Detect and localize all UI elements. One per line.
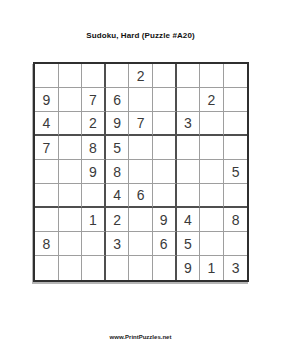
sudoku-cell-r2c5[interactable]: [129, 88, 153, 112]
sudoku-cell-r3c7[interactable]: 3: [177, 112, 201, 136]
sudoku-cell-r1c5[interactable]: 2: [129, 64, 153, 88]
footer-url: www.PrintPuzzles.net: [0, 334, 281, 340]
sudoku-cell-r2c4[interactable]: 6: [106, 88, 130, 112]
sudoku-cell-r2c9[interactable]: [224, 88, 248, 112]
sudoku-cell-r9c5[interactable]: [129, 256, 153, 280]
sudoku-cell-r7c5[interactable]: [129, 208, 153, 232]
sudoku-cell-r4c5[interactable]: [129, 136, 153, 160]
sudoku-cell-r7c1[interactable]: [35, 208, 59, 232]
sudoku-cell-r7c6[interactable]: 9: [153, 208, 177, 232]
sudoku-cell-r8c8[interactable]: [200, 232, 224, 256]
page-title: Sudoku, Hard (Puzzle #A20): [0, 31, 281, 40]
sudoku-grid: 297624297378598546129488365913: [33, 62, 249, 282]
sudoku-cell-r1c6[interactable]: [153, 64, 177, 88]
sudoku-cell-r8c1[interactable]: 8: [35, 232, 59, 256]
sudoku-cell-r5c9[interactable]: 5: [224, 160, 248, 184]
sudoku-cell-r4c3[interactable]: 8: [82, 136, 106, 160]
sudoku-cell-r7c2[interactable]: [59, 208, 83, 232]
sudoku-cell-r1c9[interactable]: [224, 64, 248, 88]
sudoku-cell-r8c6[interactable]: 6: [153, 232, 177, 256]
sudoku-cell-r3c6[interactable]: [153, 112, 177, 136]
sudoku-cell-r8c2[interactable]: [59, 232, 83, 256]
sudoku-cell-r1c3[interactable]: [82, 64, 106, 88]
sudoku-cell-r6c3[interactable]: [82, 184, 106, 208]
sudoku-cell-r3c3[interactable]: 2: [82, 112, 106, 136]
sudoku-cell-r3c8[interactable]: [200, 112, 224, 136]
sudoku-cell-r8c7[interactable]: 5: [177, 232, 201, 256]
sudoku-cell-r3c2[interactable]: [59, 112, 83, 136]
sudoku-cell-r6c5[interactable]: 6: [129, 184, 153, 208]
sudoku-cell-r1c2[interactable]: [59, 64, 83, 88]
sudoku-cell-r4c2[interactable]: [59, 136, 83, 160]
sudoku-cell-r2c6[interactable]: [153, 88, 177, 112]
sudoku-cell-r7c3[interactable]: 1: [82, 208, 106, 232]
sudoku-cell-r1c4[interactable]: [106, 64, 130, 88]
sudoku-cell-r5c6[interactable]: [153, 160, 177, 184]
sudoku-cell-r9c8[interactable]: 1: [200, 256, 224, 280]
sudoku-cell-r8c3[interactable]: [82, 232, 106, 256]
sudoku-cell-r5c4[interactable]: 8: [106, 160, 130, 184]
sudoku-cell-r5c7[interactable]: [177, 160, 201, 184]
sudoku-cell-r4c4[interactable]: 5: [106, 136, 130, 160]
sudoku-cell-r8c9[interactable]: [224, 232, 248, 256]
sudoku-cell-r6c4[interactable]: 4: [106, 184, 130, 208]
sudoku-cell-r7c8[interactable]: [200, 208, 224, 232]
sudoku-cell-r4c7[interactable]: [177, 136, 201, 160]
sudoku-cell-r5c1[interactable]: [35, 160, 59, 184]
sudoku-cell-r9c2[interactable]: [59, 256, 83, 280]
sudoku-cell-r7c9[interactable]: 8: [224, 208, 248, 232]
sudoku-cell-r5c2[interactable]: [59, 160, 83, 184]
sudoku-cell-r4c1[interactable]: 7: [35, 136, 59, 160]
sudoku-cell-r9c9[interactable]: 3: [224, 256, 248, 280]
sudoku-cell-r4c9[interactable]: [224, 136, 248, 160]
sudoku-cell-r3c1[interactable]: 4: [35, 112, 59, 136]
sudoku-cell-r4c6[interactable]: [153, 136, 177, 160]
sudoku-cell-r3c4[interactable]: 9: [106, 112, 130, 136]
sudoku-cell-r2c1[interactable]: 9: [35, 88, 59, 112]
sudoku-cell-r4c8[interactable]: [200, 136, 224, 160]
sudoku-cell-r9c1[interactable]: [35, 256, 59, 280]
sudoku-cell-r6c1[interactable]: [35, 184, 59, 208]
sudoku-cell-r2c7[interactable]: [177, 88, 201, 112]
sudoku-cell-r9c4[interactable]: [106, 256, 130, 280]
sudoku-cell-r9c3[interactable]: [82, 256, 106, 280]
sudoku-cell-r7c4[interactable]: 2: [106, 208, 130, 232]
sudoku-cell-r6c7[interactable]: [177, 184, 201, 208]
sudoku-cell-r2c2[interactable]: [59, 88, 83, 112]
sudoku-cell-r6c6[interactable]: [153, 184, 177, 208]
sudoku-cell-r8c4[interactable]: 3: [106, 232, 130, 256]
sudoku-cell-r8c5[interactable]: [129, 232, 153, 256]
sudoku-cell-r9c6[interactable]: [153, 256, 177, 280]
sudoku-cell-r3c5[interactable]: 7: [129, 112, 153, 136]
sudoku-cell-r6c2[interactable]: [59, 184, 83, 208]
sudoku-cell-r5c3[interactable]: 9: [82, 160, 106, 184]
sudoku-cell-r5c8[interactable]: [200, 160, 224, 184]
sudoku-cell-r5c5[interactable]: [129, 160, 153, 184]
sudoku-cell-r6c8[interactable]: [200, 184, 224, 208]
sudoku-cell-r2c8[interactable]: 2: [200, 88, 224, 112]
sudoku-cell-r3c9[interactable]: [224, 112, 248, 136]
sudoku-cell-r9c7[interactable]: 9: [177, 256, 201, 280]
sudoku-cell-r1c8[interactable]: [200, 64, 224, 88]
sudoku-cell-r1c1[interactable]: [35, 64, 59, 88]
sudoku-cell-r6c9[interactable]: [224, 184, 248, 208]
sudoku-cell-r7c7[interactable]: 4: [177, 208, 201, 232]
sudoku-cell-r2c3[interactable]: 7: [82, 88, 106, 112]
sudoku-cell-r1c7[interactable]: [177, 64, 201, 88]
